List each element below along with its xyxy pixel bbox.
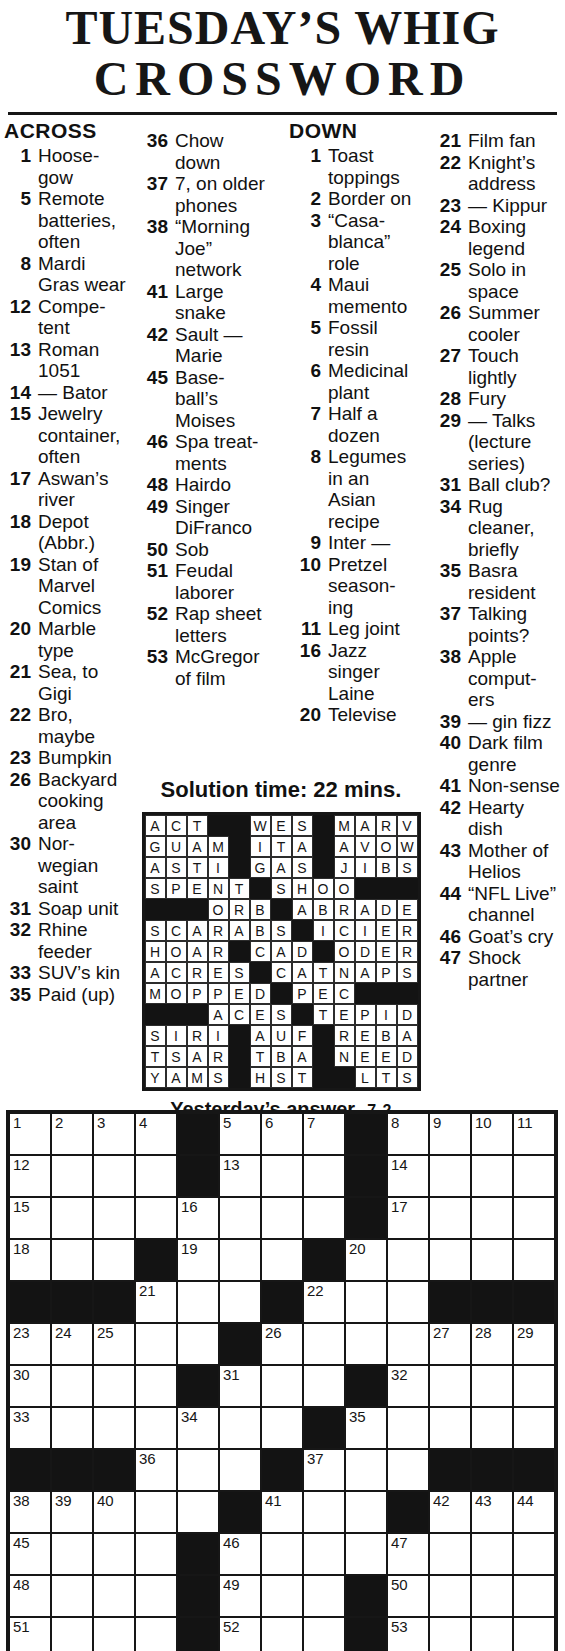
across-clue: 49 Singer DiFranco: [135, 496, 266, 539]
puzzle-cell[interactable]: [177, 1323, 219, 1365]
clue-text: Sea, to Gigi: [31, 661, 126, 704]
solution-cell: S: [271, 920, 292, 941]
solution-letter: S: [276, 881, 285, 897]
solution-letter: P: [213, 986, 222, 1002]
puzzle-cell[interactable]: [387, 1281, 429, 1323]
solution-block: [292, 920, 313, 941]
puzzle-cell[interactable]: [513, 1407, 555, 1449]
solution-letter: A: [297, 839, 306, 855]
puzzle-cell[interactable]: [261, 1239, 303, 1281]
clue-text: Medicinal plant: [321, 360, 417, 403]
puzzle-cell[interactable]: 22: [303, 1281, 345, 1323]
puzzle-cell[interactable]: [135, 1533, 177, 1575]
clue-number: 31: [419, 474, 461, 496]
clue-text: Hairdo: [168, 474, 231, 496]
puzzle-cell[interactable]: 30: [9, 1365, 51, 1407]
solution-cell: R: [208, 1046, 229, 1067]
solution-cell: C: [334, 920, 355, 941]
solution-cell: P: [292, 983, 313, 1004]
puzzle-cell[interactable]: 12: [9, 1155, 51, 1197]
puzzle-cell[interactable]: [387, 1407, 429, 1449]
puzzle-cell[interactable]: [51, 1239, 93, 1281]
clue-number: 16: [277, 640, 321, 662]
puzzle-cell[interactable]: 46: [219, 1533, 261, 1575]
solution-letter: A: [297, 1049, 306, 1065]
cell-number: 39: [55, 1493, 72, 1509]
puzzle-cell[interactable]: [93, 1365, 135, 1407]
puzzle-cell[interactable]: [303, 1197, 345, 1239]
puzzle-cell[interactable]: 36: [135, 1449, 177, 1491]
puzzle-cell[interactable]: 13: [219, 1155, 261, 1197]
puzzle-cell[interactable]: 38: [9, 1491, 51, 1533]
down-clue: 47 Shock partner: [419, 947, 563, 990]
puzzle-cell[interactable]: 6: [261, 1113, 303, 1155]
solution-letter: A: [171, 1070, 180, 1086]
puzzle-cell[interactable]: 39: [51, 1491, 93, 1533]
puzzle-cell[interactable]: [387, 1239, 429, 1281]
clue-number: 24: [419, 216, 461, 238]
puzzle-cell[interactable]: [471, 1533, 513, 1575]
puzzle-cell[interactable]: 21: [135, 1281, 177, 1323]
puzzle-cell[interactable]: [429, 1533, 471, 1575]
cell-number: 17: [391, 1199, 408, 1215]
solution-letter: A: [192, 1049, 201, 1065]
puzzle-cell[interactable]: [261, 1575, 303, 1617]
puzzle-cell[interactable]: [345, 1449, 387, 1491]
clue-number: 6: [277, 360, 321, 382]
puzzle-cell[interactable]: [135, 1197, 177, 1239]
across-column-1: ACROSS 1 Hoose-gow 5 Remote batteries, o…: [4, 119, 126, 1005]
solution-cell: S: [271, 1004, 292, 1025]
puzzle-block: [51, 1449, 93, 1491]
puzzle-cell[interactable]: [135, 1155, 177, 1197]
puzzle-cell[interactable]: [513, 1197, 555, 1239]
puzzle-cell[interactable]: [51, 1197, 93, 1239]
solution-letter: B: [381, 1028, 390, 1044]
puzzle-cell[interactable]: 8: [387, 1113, 429, 1155]
puzzle-cell[interactable]: [429, 1197, 471, 1239]
clue-text: Rug cleaner, briefly: [461, 496, 563, 561]
puzzle-cell[interactable]: 19: [177, 1239, 219, 1281]
puzzle-cell[interactable]: [429, 1365, 471, 1407]
puzzle-cell[interactable]: [303, 1155, 345, 1197]
solution-cell: A: [250, 1025, 271, 1046]
clue-text: Apple comput-ers: [461, 646, 563, 711]
puzzle-cell[interactable]: [471, 1197, 513, 1239]
puzzle-cell[interactable]: 45: [9, 1533, 51, 1575]
solution-cell: A: [292, 1046, 313, 1067]
puzzle-cell[interactable]: [93, 1407, 135, 1449]
puzzle-cell[interactable]: [303, 1365, 345, 1407]
clue-text: Singer DiFranco: [168, 496, 266, 539]
solution-block: [313, 836, 334, 857]
solution-block: [208, 815, 229, 836]
clue-number: 34: [419, 496, 461, 518]
puzzle-cell[interactable]: 14: [387, 1155, 429, 1197]
puzzle-cell[interactable]: 26: [261, 1323, 303, 1365]
across-clue: 19 Stan of Marvel Comics: [4, 554, 126, 619]
solution-cell: H: [292, 878, 313, 899]
across-clue: 18 Depot (Abbr.): [4, 511, 126, 554]
puzzle-cell[interactable]: 4: [135, 1113, 177, 1155]
down-clue: 7 Half a dozen: [277, 403, 417, 446]
puzzle-cell[interactable]: 7: [303, 1113, 345, 1155]
across-clue: 1 Hoose-gow: [4, 145, 126, 188]
puzzle-block: [345, 1113, 387, 1155]
puzzle-cell[interactable]: [471, 1617, 513, 1651]
puzzle-cell[interactable]: 25: [93, 1323, 135, 1365]
clue-number: 3: [277, 210, 321, 232]
puzzle-cell[interactable]: [513, 1155, 555, 1197]
across-clue: 15 Jewelry container, often: [4, 403, 126, 468]
down-clue: 28 Fury: [419, 388, 563, 410]
down-clue: 27 Touch lightly: [419, 345, 563, 388]
puzzle-cell[interactable]: [135, 1407, 177, 1449]
puzzle-cell[interactable]: 15: [9, 1197, 51, 1239]
clue-text: — Kippur: [461, 195, 547, 217]
puzzle-cell[interactable]: 18: [9, 1239, 51, 1281]
solution-cell: I: [355, 857, 376, 878]
puzzle-cell[interactable]: [51, 1407, 93, 1449]
solution-letter: B: [276, 1049, 285, 1065]
puzzle-cell[interactable]: 48: [9, 1575, 51, 1617]
puzzle-cell[interactable]: [429, 1155, 471, 1197]
puzzle-cell[interactable]: [93, 1575, 135, 1617]
across-clue: 48 Hairdo: [135, 474, 266, 496]
puzzle-cell[interactable]: 9: [429, 1113, 471, 1155]
cell-number: 35: [349, 1409, 366, 1425]
clue-number: 48: [135, 474, 168, 496]
solution-cell: C: [334, 983, 355, 1004]
clue-number: 2: [277, 188, 321, 210]
solution-letter: R: [213, 944, 223, 960]
solution-cell: E: [271, 815, 292, 836]
solution-letter: T: [151, 1049, 160, 1065]
puzzle-cell[interactable]: 42: [429, 1491, 471, 1533]
puzzle-cell[interactable]: [135, 1491, 177, 1533]
solution-block: [250, 962, 271, 983]
puzzle-cell[interactable]: [177, 1449, 219, 1491]
across-column-2: 36 Chow down 37 7, on older phones 38 “M…: [135, 119, 266, 689]
puzzle-cell[interactable]: [471, 1155, 513, 1197]
puzzle-block: [303, 1407, 345, 1449]
puzzle-cell[interactable]: 47: [387, 1533, 429, 1575]
clue-text: Ball club?: [461, 474, 550, 496]
solution-letter: E: [360, 1028, 369, 1044]
solution-letter: M: [338, 818, 350, 834]
solution-cell: I: [376, 1004, 397, 1025]
solution-cell: B: [376, 857, 397, 878]
down-clue: 6 Medicinal plant: [277, 360, 417, 403]
title-divider: [8, 112, 557, 115]
puzzle-cell[interactable]: [261, 1155, 303, 1197]
solution-letter: A: [192, 944, 201, 960]
solution-letter: B: [318, 902, 327, 918]
clue-number: 45: [135, 367, 168, 389]
puzzle-cell[interactable]: [513, 1617, 555, 1651]
solution-cell: A: [397, 1025, 418, 1046]
clue-number: 7: [277, 403, 321, 425]
puzzle-cell[interactable]: [219, 1239, 261, 1281]
cell-number: 50: [391, 1577, 408, 1593]
puzzle-cell[interactable]: [471, 1575, 513, 1617]
puzzle-cell[interactable]: [261, 1197, 303, 1239]
solution-cell: L: [355, 1067, 376, 1088]
solution-cell: O: [166, 983, 187, 1004]
solution-letter: I: [363, 923, 367, 939]
puzzle-cell[interactable]: [471, 1239, 513, 1281]
across-clue: 5 Remote batteries, often: [4, 188, 126, 253]
cell-number: 18: [13, 1241, 30, 1257]
solution-letter: R: [192, 1028, 202, 1044]
puzzle-cell[interactable]: [345, 1323, 387, 1365]
puzzle-cell[interactable]: 29: [513, 1323, 555, 1365]
puzzle-cell[interactable]: 37: [303, 1449, 345, 1491]
puzzle-cell[interactable]: [303, 1617, 345, 1651]
solution-letter: S: [276, 1007, 285, 1023]
solution-letter: D: [360, 944, 370, 960]
puzzle-cell[interactable]: [513, 1533, 555, 1575]
puzzle-cell[interactable]: [219, 1407, 261, 1449]
puzzle-cell[interactable]: [261, 1617, 303, 1651]
solution-letter: A: [297, 902, 306, 918]
solution-letter: O: [213, 902, 224, 918]
puzzle-cell[interactable]: 44: [513, 1491, 555, 1533]
puzzle-cell[interactable]: 53: [387, 1617, 429, 1651]
puzzle-cell[interactable]: [261, 1533, 303, 1575]
solution-letter: A: [360, 902, 369, 918]
puzzle-cell[interactable]: [135, 1365, 177, 1407]
clue-number: 25: [419, 259, 461, 281]
puzzle-cell[interactable]: [345, 1533, 387, 1575]
puzzle-cell[interactable]: 2: [51, 1113, 93, 1155]
puzzle-cell[interactable]: [135, 1617, 177, 1651]
puzzle-cell[interactable]: [93, 1197, 135, 1239]
solution-letter: V: [360, 839, 369, 855]
cell-number: 37: [307, 1451, 324, 1467]
solution-block: [313, 815, 334, 836]
clue-text: Base-ball’s Moises: [168, 367, 266, 432]
solution-cell: V: [397, 815, 418, 836]
puzzle-cell[interactable]: 50: [387, 1575, 429, 1617]
solution-cell: R: [208, 920, 229, 941]
down-clue: 41 Non-sense: [419, 775, 563, 797]
solution-cell: A: [292, 962, 313, 983]
across-clue: 37 7, on older phones: [135, 173, 266, 216]
solution-block: [229, 1046, 250, 1067]
solution-cell: T: [187, 815, 208, 836]
solution-block: [145, 1004, 166, 1025]
solution-letter: I: [216, 1028, 220, 1044]
puzzle-cell[interactable]: [345, 1281, 387, 1323]
puzzle-cell[interactable]: [177, 1281, 219, 1323]
cell-number: 40: [97, 1493, 114, 1509]
puzzle-cell[interactable]: 1: [9, 1113, 51, 1155]
clue-text: Rhine feeder: [31, 919, 126, 962]
puzzle-cell[interactable]: 28: [471, 1323, 513, 1365]
clue-text: Fossil resin: [321, 317, 417, 360]
puzzle-cell[interactable]: [303, 1323, 345, 1365]
down-clue: 38 Apple comput-ers: [419, 646, 563, 711]
puzzle-cell[interactable]: [261, 1365, 303, 1407]
solution-cell: I: [208, 1025, 229, 1046]
puzzle-cell[interactable]: [345, 1491, 387, 1533]
solution-letter: F: [298, 1028, 307, 1044]
cell-number: 7: [307, 1115, 315, 1131]
puzzle-cell[interactable]: 51: [9, 1617, 51, 1651]
down-clue: 10 Pretzel season-ing: [277, 554, 417, 619]
puzzle-cell[interactable]: [51, 1617, 93, 1651]
solution-cell: R: [208, 941, 229, 962]
puzzle-cell[interactable]: [387, 1449, 429, 1491]
across-clue: 23 Bumpkin: [4, 747, 126, 769]
cell-number: 23: [13, 1325, 30, 1341]
solution-cell: D: [250, 983, 271, 1004]
puzzle-cell[interactable]: 24: [51, 1323, 93, 1365]
solution-letter: O: [171, 944, 182, 960]
solution-cell: A: [271, 941, 292, 962]
puzzle-cell[interactable]: [51, 1155, 93, 1197]
solution-cell: I: [166, 1025, 187, 1046]
solution-cell: B: [376, 1025, 397, 1046]
puzzle-cell[interactable]: 31: [219, 1365, 261, 1407]
solution-letter: A: [297, 965, 306, 981]
puzzle-cell[interactable]: [513, 1575, 555, 1617]
clue-number: 20: [277, 704, 321, 726]
solution-letter: O: [171, 986, 182, 1002]
puzzle-cell[interactable]: 16: [177, 1197, 219, 1239]
puzzle-cell[interactable]: 49: [219, 1575, 261, 1617]
puzzle-cell[interactable]: [303, 1533, 345, 1575]
clue-text: — Bator: [31, 382, 108, 404]
puzzle-cell[interactable]: 35: [345, 1407, 387, 1449]
solution-cell: M: [334, 815, 355, 836]
puzzle-cell[interactable]: [135, 1323, 177, 1365]
clue-text: Basra resident: [461, 560, 563, 603]
puzzle-cell[interactable]: [219, 1281, 261, 1323]
across-clue: 46 Spa treat-ments: [135, 431, 266, 474]
clue-number: 1: [277, 145, 321, 167]
solution-cell: T: [250, 1046, 271, 1067]
solution-letter: D: [297, 944, 307, 960]
down-clue: 37 Talking points?: [419, 603, 563, 646]
clue-number: 46: [135, 431, 168, 453]
down-column-2: 21 Film fan 22 Knight’s address 23 — Kip…: [419, 119, 563, 990]
puzzle-cell[interactable]: 10: [471, 1113, 513, 1155]
puzzle-cell[interactable]: [429, 1407, 471, 1449]
solution-letter: I: [384, 1007, 388, 1023]
puzzle-cell[interactable]: [51, 1575, 93, 1617]
puzzle-cell[interactable]: 34: [177, 1407, 219, 1449]
puzzle-cell[interactable]: [387, 1323, 429, 1365]
across-clue: 33 SUV’s kin: [4, 962, 126, 984]
puzzle-cell[interactable]: [93, 1155, 135, 1197]
across-clue-list-1: 1 Hoose-gow 5 Remote batteries, often 8 …: [4, 145, 126, 1005]
puzzle-cell[interactable]: [51, 1365, 93, 1407]
solution-cell: U: [271, 1025, 292, 1046]
cell-number: 11: [517, 1115, 533, 1131]
puzzle-cell[interactable]: [135, 1575, 177, 1617]
puzzle-cell[interactable]: 27: [429, 1323, 471, 1365]
puzzle-cell[interactable]: 40: [93, 1491, 135, 1533]
solution-letter: T: [298, 1070, 307, 1086]
cell-number: 13: [223, 1157, 240, 1173]
puzzle-cell[interactable]: [261, 1407, 303, 1449]
puzzle-cell[interactable]: [51, 1533, 93, 1575]
puzzle-cell[interactable]: [93, 1533, 135, 1575]
puzzle-cell[interactable]: [513, 1365, 555, 1407]
puzzle-cell[interactable]: [303, 1491, 345, 1533]
puzzle-block: [303, 1239, 345, 1281]
down-clue: 39 — gin fizz: [419, 711, 563, 733]
puzzle-cell[interactable]: [177, 1491, 219, 1533]
solution-letter: T: [319, 1007, 328, 1023]
solution-block: [229, 1025, 250, 1046]
solution-cell: E: [397, 899, 418, 920]
puzzle-cell[interactable]: 33: [9, 1407, 51, 1449]
clue-text: Aswan’s river: [31, 468, 126, 511]
cell-number: 9: [433, 1115, 441, 1131]
puzzle-cell[interactable]: [93, 1617, 135, 1651]
solution-letter: S: [234, 965, 243, 981]
puzzle-cell[interactable]: [219, 1197, 261, 1239]
puzzle-cell[interactable]: [303, 1575, 345, 1617]
across-clue: 36 Chow down: [135, 130, 266, 173]
solution-cell: O: [334, 878, 355, 899]
down-clue: 25 Solo in space: [419, 259, 563, 302]
solution-letter: G: [255, 860, 266, 876]
puzzle-cell[interactable]: [219, 1449, 261, 1491]
puzzle-cell[interactable]: 41: [261, 1491, 303, 1533]
solution-cell: W: [250, 815, 271, 836]
puzzle-cell[interactable]: 11: [513, 1113, 555, 1155]
puzzle-cell[interactable]: 5: [219, 1113, 261, 1155]
across-clue: 30 Nor-wegian saint: [4, 833, 126, 898]
puzzle-cell[interactable]: [93, 1239, 135, 1281]
solution-letter: P: [171, 881, 180, 897]
puzzle-cell[interactable]: 32: [387, 1365, 429, 1407]
across-clue: 13 Roman 1051: [4, 339, 126, 382]
solution-block: [166, 1004, 187, 1025]
solution-cell: A: [355, 815, 376, 836]
puzzle-cell[interactable]: [429, 1239, 471, 1281]
clue-text: Bumpkin: [31, 747, 112, 769]
puzzle-cell[interactable]: [429, 1575, 471, 1617]
across-clue: 51 Feudal laborer: [135, 560, 266, 603]
puzzle-cell[interactable]: [471, 1407, 513, 1449]
puzzle-cell[interactable]: 3: [93, 1113, 135, 1155]
puzzle-cell[interactable]: 52: [219, 1617, 261, 1651]
puzzle-block: [9, 1281, 51, 1323]
solution-letter: E: [402, 902, 411, 918]
solution-cell: S: [271, 1067, 292, 1088]
puzzle-cell[interactable]: 43: [471, 1491, 513, 1533]
solution-block: [355, 983, 376, 1004]
cell-number: 46: [223, 1535, 240, 1551]
solution-letter: S: [150, 923, 159, 939]
solution-letter: A: [360, 818, 369, 834]
clue-text: — Talks (lecture series): [461, 410, 563, 475]
down-clue: 11 Leg joint: [277, 618, 417, 640]
puzzle-cell[interactable]: 20: [345, 1239, 387, 1281]
puzzle-cell[interactable]: [471, 1365, 513, 1407]
puzzle-cell[interactable]: [429, 1617, 471, 1651]
puzzle-cell[interactable]: 23: [9, 1323, 51, 1365]
puzzle-cell[interactable]: [513, 1239, 555, 1281]
solution-letter: E: [381, 944, 390, 960]
clue-text: Boxing legend: [461, 216, 563, 259]
puzzle-cell[interactable]: 17: [387, 1197, 429, 1239]
